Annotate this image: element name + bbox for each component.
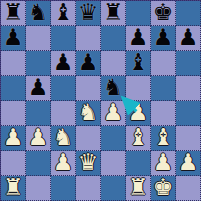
- square-f7[interactable]: ♟: [126, 26, 151, 51]
- piece-black-pawn: ♟: [178, 26, 199, 49]
- piece-white-rook: ♜: [128, 176, 149, 199]
- square-c2[interactable]: ♟: [51, 151, 76, 176]
- piece-black-bishop: ♝: [53, 1, 74, 24]
- square-a5[interactable]: [1, 76, 26, 101]
- square-e3[interactable]: [101, 126, 126, 151]
- square-c8[interactable]: ♝: [51, 1, 76, 26]
- piece-white-pawn: ♟: [153, 151, 174, 174]
- square-b7[interactable]: [26, 26, 51, 51]
- piece-black-knight: ♞: [103, 76, 124, 99]
- piece-white-king: ♚: [153, 176, 174, 199]
- piece-white-knight: ♞: [78, 101, 99, 124]
- square-h2[interactable]: ♟: [176, 151, 201, 176]
- square-g7[interactable]: ♟: [151, 26, 176, 51]
- piece-black-queen: ♛: [78, 1, 99, 24]
- square-a7[interactable]: ♟: [1, 26, 26, 51]
- square-f4[interactable]: ♟: [126, 101, 151, 126]
- square-b3[interactable]: ♟: [26, 126, 51, 151]
- square-c4[interactable]: [51, 101, 76, 126]
- square-h3[interactable]: [176, 126, 201, 151]
- piece-white-knight: ♞: [53, 126, 74, 149]
- square-g5[interactable]: [151, 76, 176, 101]
- square-g3[interactable]: ♝: [151, 126, 176, 151]
- square-h5[interactable]: [176, 76, 201, 101]
- square-c1[interactable]: [51, 176, 76, 201]
- piece-black-bishop: ♝: [128, 51, 149, 74]
- square-c5[interactable]: [51, 76, 76, 101]
- square-a8[interactable]: ♜: [1, 1, 26, 26]
- piece-white-pawn: ♟: [28, 126, 49, 149]
- square-c3[interactable]: ♞: [51, 126, 76, 151]
- square-c7[interactable]: [51, 26, 76, 51]
- square-g8[interactable]: ♚: [151, 1, 176, 26]
- square-d8[interactable]: ♛: [76, 1, 101, 26]
- square-g1[interactable]: ♚: [151, 176, 176, 201]
- square-b5[interactable]: ♟: [26, 76, 51, 101]
- square-b4[interactable]: [26, 101, 51, 126]
- square-e5[interactable]: ♞: [101, 76, 126, 101]
- piece-black-rook: ♜: [3, 1, 24, 24]
- square-d6[interactable]: ♟: [76, 51, 101, 76]
- square-e8[interactable]: ♜: [101, 1, 126, 26]
- square-h7[interactable]: ♟: [176, 26, 201, 51]
- piece-black-king: ♚: [153, 1, 174, 24]
- square-d7[interactable]: [76, 26, 101, 51]
- square-f6[interactable]: ♝: [126, 51, 151, 76]
- piece-white-pawn: ♟: [103, 101, 124, 124]
- square-f1[interactable]: ♜: [126, 176, 151, 201]
- square-e6[interactable]: [101, 51, 126, 76]
- piece-black-pawn: ♟: [53, 51, 74, 74]
- piece-white-pawn: ♟: [3, 126, 24, 149]
- square-f2[interactable]: [126, 151, 151, 176]
- square-e2[interactable]: [101, 151, 126, 176]
- piece-black-pawn: ♟: [153, 26, 174, 49]
- square-d4[interactable]: ♞: [76, 101, 101, 126]
- square-d2[interactable]: ♛: [76, 151, 101, 176]
- square-e4[interactable]: ♟: [101, 101, 126, 126]
- square-h6[interactable]: [176, 51, 201, 76]
- square-a2[interactable]: [1, 151, 26, 176]
- piece-white-pawn: ♟: [128, 101, 149, 124]
- square-a4[interactable]: [1, 101, 26, 126]
- square-a6[interactable]: [1, 51, 26, 76]
- piece-white-queen: ♛: [78, 151, 99, 174]
- square-b8[interactable]: ♞: [26, 1, 51, 26]
- piece-black-pawn: ♟: [3, 26, 24, 49]
- square-c6[interactable]: ♟: [51, 51, 76, 76]
- square-f3[interactable]: ♝: [126, 126, 151, 151]
- piece-black-pawn: ♟: [78, 51, 99, 74]
- square-f5[interactable]: [126, 76, 151, 101]
- square-b2[interactable]: [26, 151, 51, 176]
- piece-white-pawn: ♟: [53, 151, 74, 174]
- square-b1[interactable]: [26, 176, 51, 201]
- square-d3[interactable]: [76, 126, 101, 151]
- chess-board: ♜♞♝♛♜♚♟♟♟♟♟♟♝♟♞♞♟♟♟♟♞♝♝♟♛♟♟♜♜♚: [0, 0, 201, 201]
- piece-black-rook: ♜: [103, 1, 124, 24]
- square-a3[interactable]: ♟: [1, 126, 26, 151]
- square-b6[interactable]: [26, 51, 51, 76]
- piece-black-knight: ♞: [28, 1, 49, 24]
- square-e7[interactable]: [101, 26, 126, 51]
- square-f8[interactable]: [126, 1, 151, 26]
- piece-white-bishop: ♝: [153, 126, 174, 149]
- square-e1[interactable]: [101, 176, 126, 201]
- square-h4[interactable]: [176, 101, 201, 126]
- piece-white-pawn: ♟: [178, 151, 199, 174]
- square-h1[interactable]: [176, 176, 201, 201]
- piece-white-bishop: ♝: [128, 126, 149, 149]
- piece-black-pawn: ♟: [28, 76, 49, 99]
- piece-white-rook: ♜: [3, 176, 24, 199]
- square-g6[interactable]: [151, 51, 176, 76]
- square-d5[interactable]: [76, 76, 101, 101]
- square-a1[interactable]: ♜: [1, 176, 26, 201]
- square-h8[interactable]: [176, 1, 201, 26]
- square-g4[interactable]: [151, 101, 176, 126]
- square-d1[interactable]: [76, 176, 101, 201]
- piece-black-pawn: ♟: [128, 26, 149, 49]
- square-g2[interactable]: ♟: [151, 151, 176, 176]
